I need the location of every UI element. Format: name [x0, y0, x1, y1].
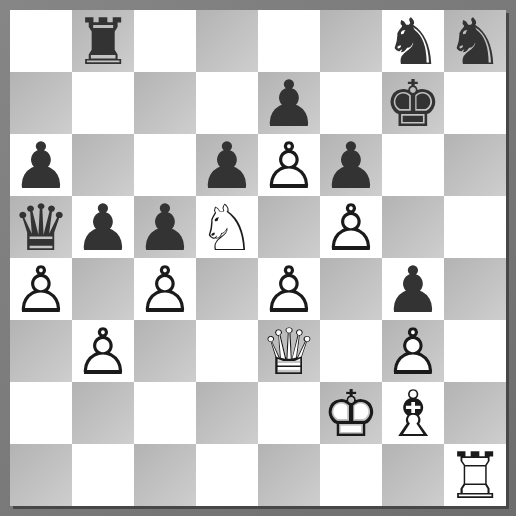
white-piece-outline: ♕ [260, 320, 317, 384]
square-g8[interactable]: ♞ [382, 10, 444, 72]
square-g6[interactable] [382, 134, 444, 196]
piece-white-bishop: ♝♗ [382, 382, 444, 444]
square-h3[interactable] [444, 320, 506, 382]
square-e8[interactable] [258, 10, 320, 72]
piece-white-pawn: ♟♙ [258, 258, 320, 320]
square-g3[interactable]: ♟♙ [382, 320, 444, 382]
black-piece-glyph: ♟ [12, 134, 69, 198]
white-piece-outline: ♔ [322, 382, 379, 446]
square-c6[interactable] [134, 134, 196, 196]
square-e4[interactable]: ♟♙ [258, 258, 320, 320]
piece-black-pawn: ♟ [196, 134, 258, 196]
piece-black-pawn: ♟ [258, 72, 320, 134]
piece-black-pawn: ♟ [10, 134, 72, 196]
white-piece-outline: ♙ [136, 258, 193, 322]
white-piece-outline: ♙ [260, 134, 317, 198]
square-f2[interactable]: ♚♔ [320, 382, 382, 444]
piece-white-king: ♚♔ [320, 382, 382, 444]
square-b4[interactable] [72, 258, 134, 320]
square-g5[interactable] [382, 196, 444, 258]
square-b8[interactable]: ♜ [72, 10, 134, 72]
black-piece-glyph: ♛ [12, 196, 69, 260]
square-b6[interactable] [72, 134, 134, 196]
piece-black-rook: ♜ [72, 10, 134, 72]
piece-white-pawn: ♟♙ [10, 258, 72, 320]
square-f3[interactable] [320, 320, 382, 382]
white-piece-outline: ♖ [446, 444, 503, 508]
square-d8[interactable] [196, 10, 258, 72]
square-c5[interactable]: ♟ [134, 196, 196, 258]
square-f7[interactable] [320, 72, 382, 134]
chess-board-frame: ♜♞♞♟♚♟♟♟♙♟♛♟♟♞♘♟♙♟♙♟♙♟♙♟♟♙♛♕♟♙♚♔♝♗♜♖ [0, 0, 516, 516]
square-d2[interactable] [196, 382, 258, 444]
white-piece-outline: ♗ [384, 382, 441, 446]
piece-black-pawn: ♟ [72, 196, 134, 258]
black-piece-glyph: ♟ [136, 196, 193, 260]
square-b7[interactable] [72, 72, 134, 134]
square-h2[interactable] [444, 382, 506, 444]
square-c3[interactable] [134, 320, 196, 382]
piece-white-knight: ♞♘ [196, 196, 258, 258]
square-e3[interactable]: ♛♕ [258, 320, 320, 382]
square-f5[interactable]: ♟♙ [320, 196, 382, 258]
piece-white-rook: ♜♖ [444, 444, 506, 506]
square-g2[interactable]: ♝♗ [382, 382, 444, 444]
square-g4[interactable]: ♟ [382, 258, 444, 320]
square-f8[interactable] [320, 10, 382, 72]
black-piece-glyph: ♜ [74, 10, 131, 74]
square-a2[interactable] [10, 382, 72, 444]
square-h8[interactable]: ♞ [444, 10, 506, 72]
square-g1[interactable] [382, 444, 444, 506]
square-e6[interactable]: ♟♙ [258, 134, 320, 196]
square-e1[interactable] [258, 444, 320, 506]
piece-white-pawn: ♟♙ [320, 196, 382, 258]
square-g7[interactable]: ♚ [382, 72, 444, 134]
white-piece-outline: ♙ [322, 196, 379, 260]
black-piece-glyph: ♚ [384, 72, 441, 136]
square-a1[interactable] [10, 444, 72, 506]
piece-black-queen: ♛ [10, 196, 72, 258]
square-f4[interactable] [320, 258, 382, 320]
square-c4[interactable]: ♟♙ [134, 258, 196, 320]
piece-black-pawn: ♟ [382, 258, 444, 320]
square-h7[interactable] [444, 72, 506, 134]
square-a3[interactable] [10, 320, 72, 382]
square-f1[interactable] [320, 444, 382, 506]
black-piece-glyph: ♞ [446, 10, 503, 74]
square-e2[interactable] [258, 382, 320, 444]
square-c8[interactable] [134, 10, 196, 72]
square-e7[interactable]: ♟ [258, 72, 320, 134]
piece-white-pawn: ♟♙ [258, 134, 320, 196]
black-piece-glyph: ♟ [322, 134, 379, 198]
black-piece-glyph: ♟ [384, 258, 441, 322]
square-c1[interactable] [134, 444, 196, 506]
black-piece-glyph: ♟ [260, 72, 317, 136]
square-d5[interactable]: ♞♘ [196, 196, 258, 258]
white-piece-outline: ♙ [74, 320, 131, 384]
square-a7[interactable] [10, 72, 72, 134]
piece-black-knight: ♞ [382, 10, 444, 72]
white-piece-outline: ♙ [260, 258, 317, 322]
square-d3[interactable] [196, 320, 258, 382]
square-h1[interactable]: ♜♖ [444, 444, 506, 506]
square-h6[interactable] [444, 134, 506, 196]
square-a6[interactable]: ♟ [10, 134, 72, 196]
square-h4[interactable] [444, 258, 506, 320]
square-f6[interactable]: ♟ [320, 134, 382, 196]
piece-white-pawn: ♟♙ [72, 320, 134, 382]
square-d6[interactable]: ♟ [196, 134, 258, 196]
piece-black-king: ♚ [382, 72, 444, 134]
square-a5[interactable]: ♛ [10, 196, 72, 258]
square-b2[interactable] [72, 382, 134, 444]
white-piece-outline: ♙ [384, 320, 441, 384]
square-e5[interactable] [258, 196, 320, 258]
black-piece-glyph: ♞ [384, 10, 441, 74]
piece-white-queen: ♛♕ [258, 320, 320, 382]
square-d4[interactable] [196, 258, 258, 320]
piece-white-pawn: ♟♙ [382, 320, 444, 382]
square-d1[interactable] [196, 444, 258, 506]
piece-black-pawn: ♟ [134, 196, 196, 258]
black-piece-glyph: ♟ [74, 196, 131, 260]
square-c2[interactable] [134, 382, 196, 444]
white-piece-outline: ♘ [198, 196, 255, 260]
chess-board: ♜♞♞♟♚♟♟♟♙♟♛♟♟♞♘♟♙♟♙♟♙♟♙♟♟♙♛♕♟♙♚♔♝♗♜♖ [10, 10, 506, 506]
piece-white-pawn: ♟♙ [134, 258, 196, 320]
square-b5[interactable]: ♟ [72, 196, 134, 258]
square-h5[interactable] [444, 196, 506, 258]
square-b3[interactable]: ♟♙ [72, 320, 134, 382]
square-b1[interactable] [72, 444, 134, 506]
white-piece-outline: ♙ [12, 258, 69, 322]
black-piece-glyph: ♟ [198, 134, 255, 198]
piece-black-knight: ♞ [444, 10, 506, 72]
square-c7[interactable] [134, 72, 196, 134]
piece-black-pawn: ♟ [320, 134, 382, 196]
square-a8[interactable] [10, 10, 72, 72]
square-d7[interactable] [196, 72, 258, 134]
square-a4[interactable]: ♟♙ [10, 258, 72, 320]
